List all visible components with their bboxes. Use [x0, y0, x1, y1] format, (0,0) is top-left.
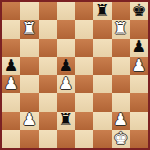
square-a6[interactable] — [2, 39, 20, 57]
square-f3[interactable] — [93, 93, 111, 111]
square-b6[interactable] — [20, 39, 38, 57]
square-g2[interactable]: ♟ — [112, 112, 130, 130]
square-a8[interactable] — [2, 2, 20, 20]
square-e7[interactable] — [75, 20, 93, 38]
white-pawn[interactable]: ♟ — [113, 112, 128, 129]
square-d1[interactable] — [57, 130, 75, 148]
square-f8[interactable]: ♜ — [93, 2, 111, 20]
square-b8[interactable] — [20, 2, 38, 20]
square-f7[interactable] — [93, 20, 111, 38]
square-d5[interactable]: ♟ — [57, 57, 75, 75]
square-b7[interactable]: ♜ — [20, 20, 38, 38]
white-pawn[interactable]: ♟ — [58, 75, 73, 92]
chess-board-frame: ♜♚♜♜♟♟♟♟♟♟♟♜♟♚ — [0, 0, 150, 150]
white-pawn[interactable]: ♟ — [4, 75, 19, 92]
white-pawn[interactable]: ♟ — [22, 112, 37, 129]
square-b3[interactable] — [20, 93, 38, 111]
square-c1[interactable] — [39, 130, 57, 148]
square-h2[interactable] — [130, 112, 148, 130]
square-d2[interactable]: ♜ — [57, 112, 75, 130]
square-a5[interactable]: ♟ — [2, 57, 20, 75]
square-g4[interactable] — [112, 75, 130, 93]
black-pawn[interactable]: ♟ — [58, 57, 73, 74]
black-rook[interactable]: ♜ — [58, 112, 73, 129]
square-f6[interactable] — [93, 39, 111, 57]
square-h1[interactable] — [130, 130, 148, 148]
white-pawn[interactable]: ♟ — [131, 57, 146, 74]
square-c8[interactable] — [39, 2, 57, 20]
square-c3[interactable] — [39, 93, 57, 111]
square-g5[interactable] — [112, 57, 130, 75]
square-g8[interactable] — [112, 2, 130, 20]
square-g7[interactable]: ♜ — [112, 20, 130, 38]
square-b5[interactable] — [20, 57, 38, 75]
square-h3[interactable] — [130, 93, 148, 111]
black-king[interactable]: ♚ — [131, 2, 146, 19]
square-h4[interactable] — [130, 75, 148, 93]
square-c7[interactable] — [39, 20, 57, 38]
square-e3[interactable] — [75, 93, 93, 111]
square-b2[interactable]: ♟ — [20, 112, 38, 130]
square-f5[interactable] — [93, 57, 111, 75]
square-c2[interactable] — [39, 112, 57, 130]
white-king[interactable]: ♚ — [113, 130, 128, 147]
square-f4[interactable] — [93, 75, 111, 93]
square-h7[interactable] — [130, 20, 148, 38]
square-e4[interactable] — [75, 75, 93, 93]
square-d6[interactable] — [57, 39, 75, 57]
chess-board: ♜♚♜♜♟♟♟♟♟♟♟♜♟♚ — [2, 2, 148, 148]
square-d7[interactable] — [57, 20, 75, 38]
black-pawn[interactable]: ♟ — [131, 39, 146, 56]
square-a2[interactable] — [2, 112, 20, 130]
square-d8[interactable] — [57, 2, 75, 20]
square-e5[interactable] — [75, 57, 93, 75]
square-h8[interactable]: ♚ — [130, 2, 148, 20]
square-d4[interactable]: ♟ — [57, 75, 75, 93]
square-e1[interactable] — [75, 130, 93, 148]
square-d3[interactable] — [57, 93, 75, 111]
square-c4[interactable] — [39, 75, 57, 93]
square-f2[interactable] — [93, 112, 111, 130]
black-rook[interactable]: ♜ — [95, 2, 110, 19]
square-g1[interactable]: ♚ — [112, 130, 130, 148]
square-b4[interactable] — [20, 75, 38, 93]
square-g3[interactable] — [112, 93, 130, 111]
white-rook[interactable]: ♜ — [113, 21, 128, 38]
square-e6[interactable] — [75, 39, 93, 57]
square-e2[interactable] — [75, 112, 93, 130]
square-f1[interactable] — [93, 130, 111, 148]
square-h6[interactable]: ♟ — [130, 39, 148, 57]
square-e8[interactable] — [75, 2, 93, 20]
square-h5[interactable]: ♟ — [130, 57, 148, 75]
square-g6[interactable] — [112, 39, 130, 57]
square-a3[interactable] — [2, 93, 20, 111]
square-a1[interactable] — [2, 130, 20, 148]
square-a4[interactable]: ♟ — [2, 75, 20, 93]
square-c5[interactable] — [39, 57, 57, 75]
square-b1[interactable] — [20, 130, 38, 148]
black-pawn[interactable]: ♟ — [4, 57, 19, 74]
square-c6[interactable] — [39, 39, 57, 57]
square-a7[interactable] — [2, 20, 20, 38]
white-rook[interactable]: ♜ — [22, 21, 37, 38]
